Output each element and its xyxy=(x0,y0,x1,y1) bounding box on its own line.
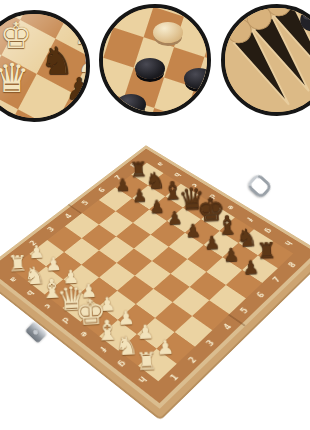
black-checker xyxy=(116,94,146,115)
black-pawn-closeup: ♟ xyxy=(66,74,90,104)
backgammon-points-graphic xyxy=(225,8,310,112)
board-scene: abcdefgh8♜♞♝♛♚♝♞♜87♟♟♟♟♟♟♟♟7665544332♟♟♟… xyxy=(32,141,272,381)
black-checker xyxy=(184,68,211,89)
inset-backgammon-closeup xyxy=(221,4,310,116)
white-rook: ♜ xyxy=(132,349,161,375)
light-checker xyxy=(153,22,183,43)
black-checker xyxy=(135,58,165,79)
inset-checkers-closeup xyxy=(99,4,211,116)
white-king-closeup: ♚ xyxy=(0,18,32,54)
white-pawn-far-closeup: ♟ xyxy=(75,26,90,48)
white-queen-closeup: ♛ xyxy=(0,58,30,98)
white-pawn-closeup: ♟ xyxy=(78,50,90,76)
black-pawn: ♟ xyxy=(238,258,264,278)
product-photo: ♚ ♛ ♞ ♟ ♟ ♟ xyxy=(0,0,310,430)
board-frame-corner xyxy=(146,381,171,403)
inset-chess-closeup: ♚ ♛ ♞ ♟ ♟ ♟ xyxy=(0,10,90,122)
board-frame-corner xyxy=(293,244,310,261)
